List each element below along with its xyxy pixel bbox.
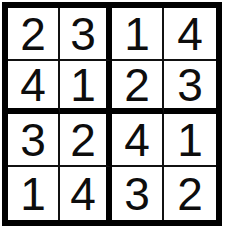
sudoku-board: 2 3 1 4 4 1 2 3 3 2 4 1 1 4 3 2	[2, 2, 222, 226]
cell-r2c4[interactable]: 3	[164, 61, 216, 114]
cell-r4c1[interactable]: 1	[8, 167, 60, 220]
cell-r1c3[interactable]: 1	[112, 8, 164, 61]
cell-r4c3[interactable]: 3	[112, 167, 164, 220]
cell-r1c4[interactable]: 4	[164, 8, 216, 61]
cell-r2c2[interactable]: 1	[60, 61, 112, 114]
cell-r3c2[interactable]: 2	[60, 114, 112, 167]
cell-r1c1[interactable]: 2	[8, 8, 60, 61]
cell-r3c3[interactable]: 4	[112, 114, 164, 167]
cell-r4c2[interactable]: 4	[60, 167, 112, 220]
cell-r3c1[interactable]: 3	[8, 114, 60, 167]
cell-r4c4[interactable]: 2	[164, 167, 216, 220]
sudoku-page: 2 3 1 4 4 1 2 3 3 2 4 1 1 4 3 2	[0, 0, 233, 237]
cell-r2c1[interactable]: 4	[8, 61, 60, 114]
cell-r2c3[interactable]: 2	[112, 61, 164, 114]
cell-r1c2[interactable]: 3	[60, 8, 112, 61]
cell-r3c4[interactable]: 1	[164, 114, 216, 167]
